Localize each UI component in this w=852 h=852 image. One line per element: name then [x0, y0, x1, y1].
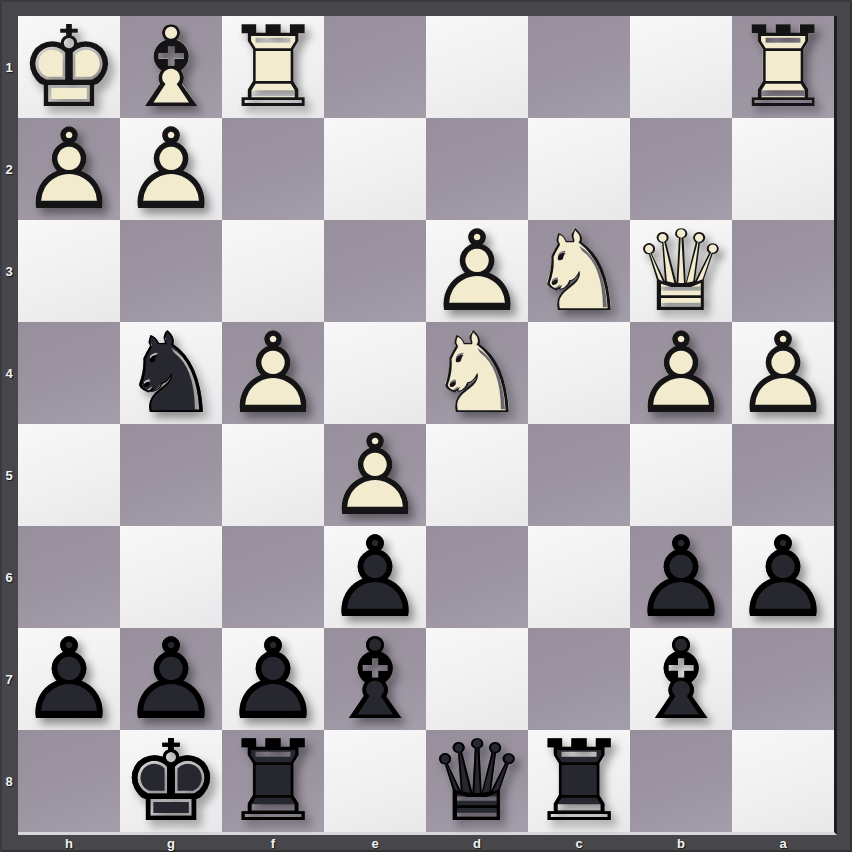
square-c5[interactable] — [528, 424, 630, 526]
black-pawn-g7[interactable]: ♟♙ — [120, 628, 222, 730]
black-knight-outline: ♘ — [120, 322, 222, 424]
white-pawn-b4[interactable]: ♟♙ — [630, 322, 732, 424]
square-c1[interactable] — [528, 16, 630, 118]
white-knight-d4[interactable]: ♞♘ — [426, 322, 528, 424]
black-pawn-outline: ♙ — [324, 526, 426, 628]
white-pawn-outline: ♙ — [324, 424, 426, 526]
white-pawn-a4[interactable]: ♟♙ — [732, 322, 834, 424]
square-e3[interactable] — [324, 220, 426, 322]
black-pawn-outline: ♙ — [222, 628, 324, 730]
black-queen-outline: ♕ — [426, 730, 528, 832]
square-b8[interactable] — [630, 730, 732, 832]
square-f4[interactable]: ♟♙ — [222, 322, 324, 424]
file-label-d: d — [426, 836, 528, 851]
square-h5[interactable] — [18, 424, 120, 526]
square-g2[interactable]: ♟♙ — [120, 118, 222, 220]
square-g6[interactable] — [120, 526, 222, 628]
square-c6[interactable] — [528, 526, 630, 628]
square-g1[interactable]: ♝♗ — [120, 16, 222, 118]
square-e8[interactable] — [324, 730, 426, 832]
rank-label-5: 5 — [0, 424, 18, 526]
square-e7[interactable]: ♝♗ — [324, 628, 426, 730]
square-a8[interactable] — [732, 730, 834, 832]
square-c8[interactable]: ♜♖ — [528, 730, 630, 832]
square-c7[interactable] — [528, 628, 630, 730]
white-king-outline: ♔ — [18, 16, 120, 118]
square-b7[interactable]: ♝♗ — [630, 628, 732, 730]
square-d6[interactable] — [426, 526, 528, 628]
square-e1[interactable] — [324, 16, 426, 118]
square-g5[interactable] — [120, 424, 222, 526]
square-h3[interactable] — [18, 220, 120, 322]
file-label-f: f — [222, 836, 324, 851]
black-pawn-f7[interactable]: ♟♙ — [222, 628, 324, 730]
file-label-b: b — [630, 836, 732, 851]
square-c2[interactable] — [528, 118, 630, 220]
square-d8[interactable]: ♛♕ — [426, 730, 528, 832]
white-pawn-g2[interactable]: ♟♙ — [120, 118, 222, 220]
square-d4[interactable]: ♞♘ — [426, 322, 528, 424]
white-pawn-d3[interactable]: ♟♙ — [426, 220, 528, 322]
black-pawn-h7[interactable]: ♟♙ — [18, 628, 120, 730]
black-pawn-b6[interactable]: ♟♙ — [630, 526, 732, 628]
black-rook-outline: ♖ — [222, 730, 324, 832]
white-bishop-outline: ♗ — [120, 16, 222, 118]
white-knight-outline: ♘ — [528, 220, 630, 322]
black-pawn-outline: ♙ — [120, 628, 222, 730]
square-b4[interactable]: ♟♙ — [630, 322, 732, 424]
square-g8[interactable]: ♚♔ — [120, 730, 222, 832]
white-rook-outline: ♖ — [222, 16, 324, 118]
square-c4[interactable] — [528, 322, 630, 424]
white-pawn-e5[interactable]: ♟♙ — [324, 424, 426, 526]
square-g7[interactable]: ♟♙ — [120, 628, 222, 730]
square-f8[interactable]: ♜♖ — [222, 730, 324, 832]
white-king-h1[interactable]: ♚♔ — [18, 16, 120, 118]
square-a2[interactable] — [732, 118, 834, 220]
square-d1[interactable] — [426, 16, 528, 118]
white-pawn-f4[interactable]: ♟♙ — [222, 322, 324, 424]
square-f2[interactable] — [222, 118, 324, 220]
square-h2[interactable]: ♟♙ — [18, 118, 120, 220]
square-e6[interactable]: ♟♙ — [324, 526, 426, 628]
square-b6[interactable]: ♟♙ — [630, 526, 732, 628]
black-pawn-outline: ♙ — [630, 526, 732, 628]
square-f6[interactable] — [222, 526, 324, 628]
file-label-a: a — [732, 836, 834, 851]
square-b1[interactable] — [630, 16, 732, 118]
square-a6[interactable]: ♟♙ — [732, 526, 834, 628]
rank-label-1: 1 — [0, 16, 18, 118]
board-frame: ♚♔♝♗♜♖♜♖♟♙♟♙♟♙♞♘♛♕♞♘♟♙♞♘♟♙♟♙♟♙♟♙♟♙♟♙♟♙♟♙… — [0, 0, 852, 852]
square-e4[interactable] — [324, 322, 426, 424]
file-label-g: g — [120, 836, 222, 851]
white-bishop-g1[interactable]: ♝♗ — [120, 16, 222, 118]
white-knight-c3[interactable]: ♞♘ — [528, 220, 630, 322]
white-pawn-outline: ♙ — [732, 322, 834, 424]
square-h4[interactable] — [18, 322, 120, 424]
white-pawn-outline: ♙ — [18, 118, 120, 220]
white-knight-outline: ♘ — [426, 322, 528, 424]
square-b3[interactable]: ♛♕ — [630, 220, 732, 322]
rank-label-2: 2 — [0, 118, 18, 220]
square-g4[interactable]: ♞♘ — [120, 322, 222, 424]
white-pawn-outline: ♙ — [630, 322, 732, 424]
white-pawn-outline: ♙ — [426, 220, 528, 322]
black-bishop-outline: ♗ — [630, 628, 732, 730]
file-label-e: e — [324, 836, 426, 851]
white-pawn-outline: ♙ — [222, 322, 324, 424]
black-pawn-e6[interactable]: ♟♙ — [324, 526, 426, 628]
square-f1[interactable]: ♜♖ — [222, 16, 324, 118]
square-a7[interactable] — [732, 628, 834, 730]
square-b2[interactable] — [630, 118, 732, 220]
square-h8[interactable] — [18, 730, 120, 832]
rank-label-6: 6 — [0, 526, 18, 628]
black-pawn-outline: ♙ — [18, 628, 120, 730]
white-pawn-h2[interactable]: ♟♙ — [18, 118, 120, 220]
rank-label-3: 3 — [0, 220, 18, 322]
black-rook-outline: ♖ — [528, 730, 630, 832]
black-bishop-outline: ♗ — [324, 628, 426, 730]
square-h7[interactable]: ♟♙ — [18, 628, 120, 730]
white-rook-f1[interactable]: ♜♖ — [222, 16, 324, 118]
square-h6[interactable] — [18, 526, 120, 628]
chess-board: ♚♔♝♗♜♖♜♖♟♙♟♙♟♙♞♘♛♕♞♘♟♙♞♘♟♙♟♙♟♙♟♙♟♙♟♙♟♙♟♙… — [18, 16, 837, 835]
black-bishop-e7[interactable]: ♝♗ — [324, 628, 426, 730]
black-rook-c8[interactable]: ♜♖ — [528, 730, 630, 832]
square-a5[interactable] — [732, 424, 834, 526]
square-b5[interactable] — [630, 424, 732, 526]
white-rook-outline: ♖ — [732, 16, 834, 118]
square-d2[interactable] — [426, 118, 528, 220]
rank-label-8: 8 — [0, 730, 18, 832]
square-d3[interactable]: ♟♙ — [426, 220, 528, 322]
black-queen-d8[interactable]: ♛♕ — [426, 730, 528, 832]
square-d7[interactable] — [426, 628, 528, 730]
black-rook-f8[interactable]: ♜♖ — [222, 730, 324, 832]
white-rook-a1[interactable]: ♜♖ — [732, 16, 834, 118]
white-queen-b3[interactable]: ♛♕ — [630, 220, 732, 322]
square-e2[interactable] — [324, 118, 426, 220]
black-pawn-outline: ♙ — [732, 526, 834, 628]
file-label-h: h — [18, 836, 120, 851]
rank-label-4: 4 — [0, 322, 18, 424]
black-knight-g4[interactable]: ♞♘ — [120, 322, 222, 424]
square-f3[interactable] — [222, 220, 324, 322]
white-pawn-outline: ♙ — [120, 118, 222, 220]
square-e5[interactable]: ♟♙ — [324, 424, 426, 526]
square-g3[interactable] — [120, 220, 222, 322]
square-f5[interactable] — [222, 424, 324, 526]
black-king-g8[interactable]: ♚♔ — [120, 730, 222, 832]
file-label-c: c — [528, 836, 630, 851]
white-queen-outline: ♕ — [630, 220, 732, 322]
black-bishop-b7[interactable]: ♝♗ — [630, 628, 732, 730]
black-king-outline: ♔ — [120, 730, 222, 832]
square-a3[interactable] — [732, 220, 834, 322]
square-f7[interactable]: ♟♙ — [222, 628, 324, 730]
rank-label-7: 7 — [0, 628, 18, 730]
square-a4[interactable]: ♟♙ — [732, 322, 834, 424]
square-c3[interactable]: ♞♘ — [528, 220, 630, 322]
square-d5[interactable] — [426, 424, 528, 526]
square-h1[interactable]: ♚♔ — [18, 16, 120, 118]
square-a1[interactable]: ♜♖ — [732, 16, 834, 118]
black-pawn-a6[interactable]: ♟♙ — [732, 526, 834, 628]
